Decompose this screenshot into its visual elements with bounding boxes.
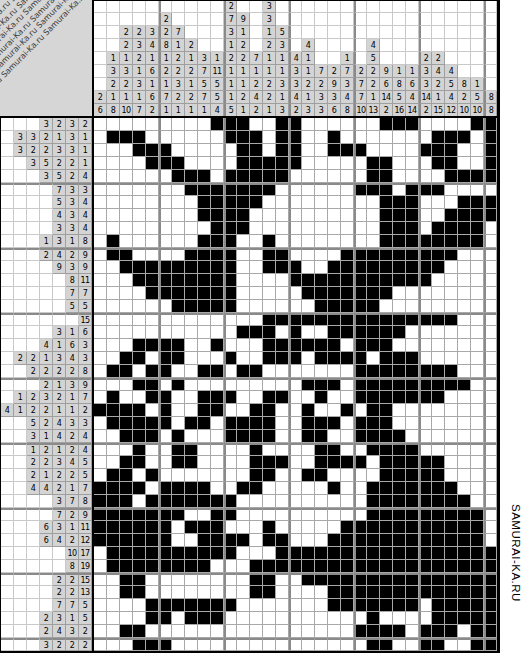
grid-cell-r31c21[interactable] bbox=[367, 521, 380, 534]
grid-cell-r31c3[interactable] bbox=[133, 521, 146, 534]
grid-cell-r31c7[interactable] bbox=[185, 521, 198, 534]
grid-cell-r28c7[interactable] bbox=[185, 482, 198, 495]
grid-cell-r20c23[interactable] bbox=[393, 378, 406, 391]
grid-cell-r33c3[interactable] bbox=[133, 547, 146, 560]
grid-cell-r2c7[interactable] bbox=[185, 144, 198, 157]
grid-cell-r28c24[interactable] bbox=[406, 482, 419, 495]
grid-cell-r14c8[interactable] bbox=[198, 300, 211, 313]
grid-cell-r10c23[interactable] bbox=[393, 248, 406, 261]
grid-cell-r20c13[interactable] bbox=[263, 378, 276, 391]
grid-cell-r36c10[interactable] bbox=[224, 586, 237, 599]
grid-cell-r25c11[interactable] bbox=[237, 443, 250, 456]
grid-cell-r25c6[interactable] bbox=[172, 443, 185, 456]
grid-cell-r21c16[interactable] bbox=[302, 391, 315, 404]
grid-cell-r37c8[interactable] bbox=[198, 599, 211, 612]
grid-cell-r0c5[interactable] bbox=[159, 118, 172, 131]
grid-cell-r15c25[interactable] bbox=[419, 313, 432, 326]
grid-cell-r27c29[interactable] bbox=[471, 469, 484, 482]
grid-cell-r32c7[interactable] bbox=[185, 534, 198, 547]
grid-cell-r28c17[interactable] bbox=[315, 482, 328, 495]
grid-cell-r12c30[interactable] bbox=[484, 274, 497, 287]
grid-cell-r16c2[interactable] bbox=[120, 326, 133, 339]
grid-cell-r21c5[interactable] bbox=[159, 391, 172, 404]
grid-cell-r31c13[interactable] bbox=[263, 521, 276, 534]
grid-cell-r12c22[interactable] bbox=[380, 274, 393, 287]
grid-cell-r14c20[interactable] bbox=[354, 300, 367, 313]
grid-cell-r4c9[interactable] bbox=[211, 170, 224, 183]
grid-cell-r12c26[interactable] bbox=[432, 274, 445, 287]
grid-cell-r33c20[interactable] bbox=[354, 547, 367, 560]
grid-cell-r8c19[interactable] bbox=[341, 222, 354, 235]
grid-cell-r20c16[interactable] bbox=[302, 378, 315, 391]
grid-cell-r21c3[interactable] bbox=[133, 391, 146, 404]
grid-cell-r39c3[interactable] bbox=[133, 625, 146, 638]
grid-cell-r40c26[interactable] bbox=[432, 638, 445, 651]
grid-cell-r36c2[interactable] bbox=[120, 586, 133, 599]
grid-cell-r32c11[interactable] bbox=[237, 534, 250, 547]
grid-cell-r24c9[interactable] bbox=[211, 430, 224, 443]
grid-cell-r24c30[interactable] bbox=[484, 430, 497, 443]
grid-cell-r9c15[interactable] bbox=[289, 235, 302, 248]
grid-cell-r18c29[interactable] bbox=[471, 352, 484, 365]
grid-cell-r10c11[interactable] bbox=[237, 248, 250, 261]
grid-cell-r20c15[interactable] bbox=[289, 378, 302, 391]
grid-cell-r7c15[interactable] bbox=[289, 209, 302, 222]
grid-cell-r13c25[interactable] bbox=[419, 287, 432, 300]
grid-cell-r30c0[interactable] bbox=[94, 508, 107, 521]
grid-cell-r10c14[interactable] bbox=[276, 248, 289, 261]
grid-cell-r7c6[interactable] bbox=[172, 209, 185, 222]
grid-cell-r1c23[interactable] bbox=[393, 131, 406, 144]
grid-cell-r26c19[interactable] bbox=[341, 456, 354, 469]
grid-cell-r24c26[interactable] bbox=[432, 430, 445, 443]
grid-cell-r7c14[interactable] bbox=[276, 209, 289, 222]
grid-cell-r3c6[interactable] bbox=[172, 157, 185, 170]
grid-cell-r13c26[interactable] bbox=[432, 287, 445, 300]
grid-cell-r28c19[interactable] bbox=[341, 482, 354, 495]
grid-cell-r15c16[interactable] bbox=[302, 313, 315, 326]
grid-cell-r40c8[interactable] bbox=[198, 638, 211, 651]
grid-cell-r26c29[interactable] bbox=[471, 456, 484, 469]
grid-cell-r23c29[interactable] bbox=[471, 417, 484, 430]
grid-cell-r26c16[interactable] bbox=[302, 456, 315, 469]
grid-cell-r20c3[interactable] bbox=[133, 378, 146, 391]
grid-cell-r37c24[interactable] bbox=[406, 599, 419, 612]
grid-cell-r24c8[interactable] bbox=[198, 430, 211, 443]
grid-cell-r22c7[interactable] bbox=[185, 404, 198, 417]
grid-cell-r16c19[interactable] bbox=[341, 326, 354, 339]
grid-cell-r11c6[interactable] bbox=[172, 261, 185, 274]
grid-cell-r2c23[interactable] bbox=[393, 144, 406, 157]
grid-cell-r18c30[interactable] bbox=[484, 352, 497, 365]
grid-cell-r35c23[interactable] bbox=[393, 573, 406, 586]
grid-cell-r39c2[interactable] bbox=[120, 625, 133, 638]
grid-cell-r21c10[interactable] bbox=[224, 391, 237, 404]
grid-cell-r13c12[interactable] bbox=[250, 287, 263, 300]
grid-cell-r13c13[interactable] bbox=[263, 287, 276, 300]
grid-cell-r15c12[interactable] bbox=[250, 313, 263, 326]
grid-cell-r15c2[interactable] bbox=[120, 313, 133, 326]
grid-cell-r23c7[interactable] bbox=[185, 417, 198, 430]
grid-cell-r11c2[interactable] bbox=[120, 261, 133, 274]
grid-cell-r10c6[interactable] bbox=[172, 248, 185, 261]
grid-cell-r1c16[interactable] bbox=[302, 131, 315, 144]
grid-cell-r9c10[interactable] bbox=[224, 235, 237, 248]
grid-cell-r34c7[interactable] bbox=[185, 560, 198, 573]
grid-cell-r18c24[interactable] bbox=[406, 352, 419, 365]
grid-cell-r8c15[interactable] bbox=[289, 222, 302, 235]
grid-cell-r18c26[interactable] bbox=[432, 352, 445, 365]
grid-cell-r28c8[interactable] bbox=[198, 482, 211, 495]
grid-cell-r0c7[interactable] bbox=[185, 118, 198, 131]
grid-cell-r23c30[interactable] bbox=[484, 417, 497, 430]
grid-cell-r20c5[interactable] bbox=[159, 378, 172, 391]
grid-cell-r12c13[interactable] bbox=[263, 274, 276, 287]
grid-cell-r23c2[interactable] bbox=[120, 417, 133, 430]
grid-cell-r12c7[interactable] bbox=[185, 274, 198, 287]
grid-cell-r40c4[interactable] bbox=[146, 638, 159, 651]
grid-cell-r18c4[interactable] bbox=[146, 352, 159, 365]
grid-cell-r19c7[interactable] bbox=[185, 365, 198, 378]
grid-cell-r20c22[interactable] bbox=[380, 378, 393, 391]
grid-cell-r7c7[interactable] bbox=[185, 209, 198, 222]
grid-cell-r22c30[interactable] bbox=[484, 404, 497, 417]
grid-cell-r27c30[interactable] bbox=[484, 469, 497, 482]
grid-cell-r2c19[interactable] bbox=[341, 144, 354, 157]
grid-cell-r27c2[interactable] bbox=[120, 469, 133, 482]
grid-cell-r27c0[interactable] bbox=[94, 469, 107, 482]
grid-cell-r4c7[interactable] bbox=[185, 170, 198, 183]
grid-cell-r37c7[interactable] bbox=[185, 599, 198, 612]
grid-cell-r17c15[interactable] bbox=[289, 339, 302, 352]
grid-cell-r0c3[interactable] bbox=[133, 118, 146, 131]
grid-cell-r38c10[interactable] bbox=[224, 612, 237, 625]
grid-cell-r37c4[interactable] bbox=[146, 599, 159, 612]
grid-cell-r37c2[interactable] bbox=[120, 599, 133, 612]
grid-cell-r29c8[interactable] bbox=[198, 495, 211, 508]
grid-cell-r34c11[interactable] bbox=[237, 560, 250, 573]
grid-cell-r34c20[interactable] bbox=[354, 560, 367, 573]
grid-cell-r40c6[interactable] bbox=[172, 638, 185, 651]
grid-cell-r1c9[interactable] bbox=[211, 131, 224, 144]
grid-cell-r30c22[interactable] bbox=[380, 508, 393, 521]
grid-cell-r1c15[interactable] bbox=[289, 131, 302, 144]
grid-cell-r8c23[interactable] bbox=[393, 222, 406, 235]
grid-cell-r22c10[interactable] bbox=[224, 404, 237, 417]
grid-cell-r40c1[interactable] bbox=[107, 638, 120, 651]
grid-cell-r5c20[interactable] bbox=[354, 183, 367, 196]
grid-cell-r1c28[interactable] bbox=[458, 131, 471, 144]
grid-cell-r38c24[interactable] bbox=[406, 612, 419, 625]
grid-cell-r15c28[interactable] bbox=[458, 313, 471, 326]
grid-cell-r26c22[interactable] bbox=[380, 456, 393, 469]
grid-cell-r4c30[interactable] bbox=[484, 170, 497, 183]
grid-cell-r25c16[interactable] bbox=[302, 443, 315, 456]
grid-cell-r39c26[interactable] bbox=[432, 625, 445, 638]
grid-cell-r6c25[interactable] bbox=[419, 196, 432, 209]
grid-cell-r30c27[interactable] bbox=[445, 508, 458, 521]
grid-cell-r40c0[interactable] bbox=[94, 638, 107, 651]
grid-cell-r26c5[interactable] bbox=[159, 456, 172, 469]
grid-cell-r19c4[interactable] bbox=[146, 365, 159, 378]
grid-cell-r5c30[interactable] bbox=[484, 183, 497, 196]
grid-cell-r12c2[interactable] bbox=[120, 274, 133, 287]
grid-cell-r33c17[interactable] bbox=[315, 547, 328, 560]
grid-cell-r10c17[interactable] bbox=[315, 248, 328, 261]
grid-cell-r11c9[interactable] bbox=[211, 261, 224, 274]
grid-cell-r26c7[interactable] bbox=[185, 456, 198, 469]
grid-cell-r21c21[interactable] bbox=[367, 391, 380, 404]
grid-cell-r18c28[interactable] bbox=[458, 352, 471, 365]
grid-cell-r6c17[interactable] bbox=[315, 196, 328, 209]
grid-cell-r15c3[interactable] bbox=[133, 313, 146, 326]
grid-cell-r23c14[interactable] bbox=[276, 417, 289, 430]
grid-cell-r1c6[interactable] bbox=[172, 131, 185, 144]
grid-cell-r15c14[interactable] bbox=[276, 313, 289, 326]
grid-cell-r34c5[interactable] bbox=[159, 560, 172, 573]
grid-cell-r9c24[interactable] bbox=[406, 235, 419, 248]
grid-cell-r20c2[interactable] bbox=[120, 378, 133, 391]
grid-cell-r0c15[interactable] bbox=[289, 118, 302, 131]
grid-cell-r40c22[interactable] bbox=[380, 638, 393, 651]
grid-cell-r40c17[interactable] bbox=[315, 638, 328, 651]
grid-cell-r17c2[interactable] bbox=[120, 339, 133, 352]
grid-cell-r6c3[interactable] bbox=[133, 196, 146, 209]
grid-cell-r19c25[interactable] bbox=[419, 365, 432, 378]
grid-cell-r25c26[interactable] bbox=[432, 443, 445, 456]
grid-cell-r13c16[interactable] bbox=[302, 287, 315, 300]
grid-cell-r21c28[interactable] bbox=[458, 391, 471, 404]
grid-cell-r1c25[interactable] bbox=[419, 131, 432, 144]
grid-cell-r23c11[interactable] bbox=[237, 417, 250, 430]
grid-cell-r28c21[interactable] bbox=[367, 482, 380, 495]
grid-cell-r39c7[interactable] bbox=[185, 625, 198, 638]
grid-cell-r35c20[interactable] bbox=[354, 573, 367, 586]
grid-cell-r17c17[interactable] bbox=[315, 339, 328, 352]
grid-cell-r10c19[interactable] bbox=[341, 248, 354, 261]
grid-cell-r18c8[interactable] bbox=[198, 352, 211, 365]
grid-cell-r31c9[interactable] bbox=[211, 521, 224, 534]
grid-cell-r39c30[interactable] bbox=[484, 625, 497, 638]
grid-cell-r4c29[interactable] bbox=[471, 170, 484, 183]
grid-cell-r31c19[interactable] bbox=[341, 521, 354, 534]
grid-cell-r1c7[interactable] bbox=[185, 131, 198, 144]
grid-cell-r37c21[interactable] bbox=[367, 599, 380, 612]
grid-cell-r3c13[interactable] bbox=[263, 157, 276, 170]
grid-cell-r19c27[interactable] bbox=[445, 365, 458, 378]
grid-cell-r14c21[interactable] bbox=[367, 300, 380, 313]
grid-cell-r21c11[interactable] bbox=[237, 391, 250, 404]
grid-cell-r35c7[interactable] bbox=[185, 573, 198, 586]
grid-cell-r11c4[interactable] bbox=[146, 261, 159, 274]
grid-cell-r27c8[interactable] bbox=[198, 469, 211, 482]
grid-cell-r5c18[interactable] bbox=[328, 183, 341, 196]
grid-cell-r24c21[interactable] bbox=[367, 430, 380, 443]
grid-cell-r31c26[interactable] bbox=[432, 521, 445, 534]
grid-cell-r19c14[interactable] bbox=[276, 365, 289, 378]
grid-cell-r23c22[interactable] bbox=[380, 417, 393, 430]
grid-cell-r23c17[interactable] bbox=[315, 417, 328, 430]
grid-cell-r4c4[interactable] bbox=[146, 170, 159, 183]
grid-cell-r9c9[interactable] bbox=[211, 235, 224, 248]
grid-cell-r2c1[interactable] bbox=[107, 144, 120, 157]
grid-cell-r21c18[interactable] bbox=[328, 391, 341, 404]
grid-cell-r32c27[interactable] bbox=[445, 534, 458, 547]
grid-cell-r18c5[interactable] bbox=[159, 352, 172, 365]
grid-cell-r9c30[interactable] bbox=[484, 235, 497, 248]
grid-cell-r20c6[interactable] bbox=[172, 378, 185, 391]
grid-cell-r19c2[interactable] bbox=[120, 365, 133, 378]
grid-cell-r23c25[interactable] bbox=[419, 417, 432, 430]
grid-cell-r40c23[interactable] bbox=[393, 638, 406, 651]
grid-cell-r36c25[interactable] bbox=[419, 586, 432, 599]
grid-cell-r39c1[interactable] bbox=[107, 625, 120, 638]
grid-cell-r20c14[interactable] bbox=[276, 378, 289, 391]
grid-cell-r39c17[interactable] bbox=[315, 625, 328, 638]
grid-cell-r35c26[interactable] bbox=[432, 573, 445, 586]
grid-cell-r18c13[interactable] bbox=[263, 352, 276, 365]
grid-cell-r8c0[interactable] bbox=[94, 222, 107, 235]
grid-cell-r39c16[interactable] bbox=[302, 625, 315, 638]
grid-cell-r0c24[interactable] bbox=[406, 118, 419, 131]
grid-cell-r16c30[interactable] bbox=[484, 326, 497, 339]
grid-cell-r32c2[interactable] bbox=[120, 534, 133, 547]
grid-cell-r7c29[interactable] bbox=[471, 209, 484, 222]
grid-cell-r4c10[interactable] bbox=[224, 170, 237, 183]
grid-cell-r8c21[interactable] bbox=[367, 222, 380, 235]
grid-cell-r25c17[interactable] bbox=[315, 443, 328, 456]
grid-cell-r30c13[interactable] bbox=[263, 508, 276, 521]
grid-cell-r27c27[interactable] bbox=[445, 469, 458, 482]
grid-cell-r14c11[interactable] bbox=[237, 300, 250, 313]
grid-cell-r25c1[interactable] bbox=[107, 443, 120, 456]
grid-cell-r18c3[interactable] bbox=[133, 352, 146, 365]
grid-cell-r28c18[interactable] bbox=[328, 482, 341, 495]
grid-cell-r12c29[interactable] bbox=[471, 274, 484, 287]
grid-cell-r23c8[interactable] bbox=[198, 417, 211, 430]
grid-cell-r36c11[interactable] bbox=[237, 586, 250, 599]
grid-cell-r11c24[interactable] bbox=[406, 261, 419, 274]
grid-cell-r8c14[interactable] bbox=[276, 222, 289, 235]
grid-cell-r25c3[interactable] bbox=[133, 443, 146, 456]
grid-cell-r1c24[interactable] bbox=[406, 131, 419, 144]
grid-cell-r35c17[interactable] bbox=[315, 573, 328, 586]
grid-cell-r38c7[interactable] bbox=[185, 612, 198, 625]
grid-cell-r15c11[interactable] bbox=[237, 313, 250, 326]
grid-cell-r16c9[interactable] bbox=[211, 326, 224, 339]
grid-cell-r13c27[interactable] bbox=[445, 287, 458, 300]
grid-cell-r10c1[interactable] bbox=[107, 248, 120, 261]
grid-cell-r4c23[interactable] bbox=[393, 170, 406, 183]
grid-cell-r32c14[interactable] bbox=[276, 534, 289, 547]
grid-cell-r38c28[interactable] bbox=[458, 612, 471, 625]
grid-cell-r12c23[interactable] bbox=[393, 274, 406, 287]
grid-cell-r13c28[interactable] bbox=[458, 287, 471, 300]
grid-cell-r23c0[interactable] bbox=[94, 417, 107, 430]
grid-cell-r10c7[interactable] bbox=[185, 248, 198, 261]
grid-cell-r31c12[interactable] bbox=[250, 521, 263, 534]
grid-cell-r31c20[interactable] bbox=[354, 521, 367, 534]
grid-cell-r35c16[interactable] bbox=[302, 573, 315, 586]
grid-cell-r34c12[interactable] bbox=[250, 560, 263, 573]
grid-cell-r28c14[interactable] bbox=[276, 482, 289, 495]
grid-cell-r22c28[interactable] bbox=[458, 404, 471, 417]
grid-cell-r6c0[interactable] bbox=[94, 196, 107, 209]
grid-cell-r5c7[interactable] bbox=[185, 183, 198, 196]
grid-cell-r27c5[interactable] bbox=[159, 469, 172, 482]
grid-cell-r6c24[interactable] bbox=[406, 196, 419, 209]
grid-cell-r35c18[interactable] bbox=[328, 573, 341, 586]
grid-cell-r16c18[interactable] bbox=[328, 326, 341, 339]
grid-cell-r22c8[interactable] bbox=[198, 404, 211, 417]
grid-cell-r29c21[interactable] bbox=[367, 495, 380, 508]
grid-cell-r11c10[interactable] bbox=[224, 261, 237, 274]
grid-cell-r29c29[interactable] bbox=[471, 495, 484, 508]
grid-cell-r3c27[interactable] bbox=[445, 157, 458, 170]
grid-cell-r35c21[interactable] bbox=[367, 573, 380, 586]
grid-cell-r36c0[interactable] bbox=[94, 586, 107, 599]
grid-cell-r9c26[interactable] bbox=[432, 235, 445, 248]
grid-cell-r7c23[interactable] bbox=[393, 209, 406, 222]
grid-cell-r12c25[interactable] bbox=[419, 274, 432, 287]
grid-cell-r0c11[interactable] bbox=[237, 118, 250, 131]
grid-cell-r11c13[interactable] bbox=[263, 261, 276, 274]
grid-cell-r9c0[interactable] bbox=[94, 235, 107, 248]
grid-cell-r31c25[interactable] bbox=[419, 521, 432, 534]
grid-cell-r30c30[interactable] bbox=[484, 508, 497, 521]
grid-cell-r19c10[interactable] bbox=[224, 365, 237, 378]
grid-cell-r30c8[interactable] bbox=[198, 508, 211, 521]
grid-cell-r16c8[interactable] bbox=[198, 326, 211, 339]
grid-cell-r20c28[interactable] bbox=[458, 378, 471, 391]
grid-cell-r13c2[interactable] bbox=[120, 287, 133, 300]
grid-cell-r3c30[interactable] bbox=[484, 157, 497, 170]
grid-cell-r7c8[interactable] bbox=[198, 209, 211, 222]
grid-cell-r25c9[interactable] bbox=[211, 443, 224, 456]
grid-cell-r7c12[interactable] bbox=[250, 209, 263, 222]
grid-cell-r14c13[interactable] bbox=[263, 300, 276, 313]
grid-cell-r1c29[interactable] bbox=[471, 131, 484, 144]
grid-cell-r34c25[interactable] bbox=[419, 560, 432, 573]
grid-cell-r27c15[interactable] bbox=[289, 469, 302, 482]
grid-cell-r0c27[interactable] bbox=[445, 118, 458, 131]
grid-cell-r18c17[interactable] bbox=[315, 352, 328, 365]
grid-cell-r12c21[interactable] bbox=[367, 274, 380, 287]
grid-cell-r8c9[interactable] bbox=[211, 222, 224, 235]
grid-cell-r29c3[interactable] bbox=[133, 495, 146, 508]
grid-cell-r30c5[interactable] bbox=[159, 508, 172, 521]
grid-cell-r21c1[interactable] bbox=[107, 391, 120, 404]
grid-cell-r9c28[interactable] bbox=[458, 235, 471, 248]
grid-cell-r35c5[interactable] bbox=[159, 573, 172, 586]
grid-cell-r38c9[interactable] bbox=[211, 612, 224, 625]
grid-cell-r31c22[interactable] bbox=[380, 521, 393, 534]
grid-cell-r37c15[interactable] bbox=[289, 599, 302, 612]
grid-cell-r11c30[interactable] bbox=[484, 261, 497, 274]
grid-cell-r14c9[interactable] bbox=[211, 300, 224, 313]
grid-cell-r19c28[interactable] bbox=[458, 365, 471, 378]
grid-cell-r10c16[interactable] bbox=[302, 248, 315, 261]
grid-cell-r29c11[interactable] bbox=[237, 495, 250, 508]
grid-cell-r26c9[interactable] bbox=[211, 456, 224, 469]
grid-cell-r36c5[interactable] bbox=[159, 586, 172, 599]
grid-cell-r12c14[interactable] bbox=[276, 274, 289, 287]
grid-cell-r38c21[interactable] bbox=[367, 612, 380, 625]
grid-cell-r0c14[interactable] bbox=[276, 118, 289, 131]
grid-cell-r22c6[interactable] bbox=[172, 404, 185, 417]
grid-cell-r23c16[interactable] bbox=[302, 417, 315, 430]
grid-cell-r32c4[interactable] bbox=[146, 534, 159, 547]
